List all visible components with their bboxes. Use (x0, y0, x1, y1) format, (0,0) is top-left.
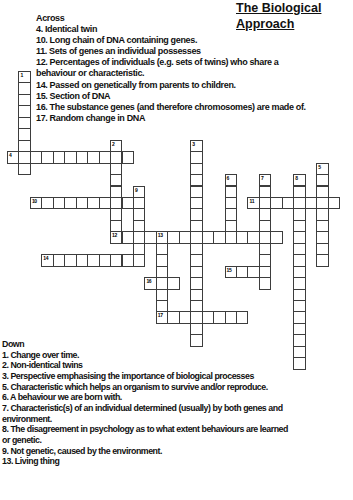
down-heading: Down (2, 339, 288, 350)
clue-number-1: 1 (19, 72, 29, 78)
grid-cell-r14c23[interactable] (270, 231, 282, 243)
clue-number-9: 9 (134, 187, 144, 193)
across-clue-4: 4. Identical twin (36, 24, 306, 35)
clue-number-7: 7 (260, 175, 270, 181)
down-clue-8: 8. The disagreement in psychology as to … (2, 424, 288, 435)
grid-cell-r16c27[interactable] (316, 254, 328, 266)
down-clue-7-cont: environment. (2, 414, 288, 425)
crossword-grid: 1234567891011121314151617 (7, 71, 341, 370)
grid-cell-r7c10[interactable] (122, 151, 134, 163)
clue-number-2: 2 (111, 141, 121, 147)
down-clue-13: 13. Living thing (2, 456, 288, 467)
down-clue-8-cont: or genetic. (2, 435, 288, 446)
down-clue-9: 9. Not genetic, caused by the environmen… (2, 446, 288, 457)
down-clue-7: 7. Characteristic(s) of an individual de… (2, 403, 288, 414)
grid-cell-r18c22[interactable] (259, 277, 271, 289)
clue-number-10: 10 (31, 198, 41, 204)
clue-number-8: 8 (294, 175, 304, 181)
grid-cell-r21c20[interactable] (236, 311, 248, 323)
clue-number-12: 12 (111, 232, 121, 238)
grid-cell-r11c28[interactable] (328, 197, 340, 209)
down-clues: Down 1. Change over time. 2. Non-identic… (2, 339, 288, 467)
clue-number-13: 13 (157, 232, 167, 238)
across-clue-12: 12. Percentages of individuals (e.g. set… (36, 57, 306, 68)
clue-number-15: 15 (226, 267, 236, 273)
clue-number-17: 17 (157, 312, 167, 318)
across-clue-11: 11. Sets of genes an individual possesse… (36, 46, 306, 57)
down-clue-2: 2. Non-identical twins (2, 360, 288, 371)
grid-cell-r25c25[interactable] (293, 357, 305, 369)
down-clue-1: 1. Change over time. (2, 350, 288, 361)
across-clue-10: 10. Long chain of DNA containing genes. (36, 35, 306, 46)
worksheet-page: The Biological Approach Across 4. Identi… (0, 0, 353, 500)
down-clue-6: 6. A behaviour we are born with. (2, 392, 288, 403)
grid-cell-r8c1[interactable] (18, 163, 30, 175)
clue-number-6: 6 (226, 175, 236, 181)
clue-number-11: 11 (248, 198, 258, 204)
grid-cell-r16c11[interactable] (133, 254, 145, 266)
down-clue-3: 3. Perspective emphasising the importanc… (2, 371, 288, 382)
clue-number-4: 4 (8, 152, 18, 158)
clue-number-16: 16 (145, 278, 155, 284)
clue-number-5: 5 (317, 164, 327, 170)
grid-cell-r18c14[interactable] (167, 277, 179, 289)
across-heading: Across (36, 13, 306, 24)
clue-number-3: 3 (191, 141, 201, 147)
clue-number-14: 14 (42, 255, 52, 261)
down-clue-5: 5. Characteristic which helps an organis… (2, 382, 288, 393)
